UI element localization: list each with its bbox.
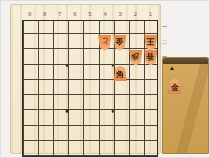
board-square[interactable] xyxy=(37,20,52,35)
piece-glyph: 金 xyxy=(171,83,179,91)
hoshi-dot xyxy=(66,110,69,113)
rank-label: 二 xyxy=(159,35,170,50)
board-square[interactable] xyxy=(128,81,143,96)
board-square[interactable] xyxy=(143,20,158,35)
board-square[interactable] xyxy=(37,50,52,65)
hoshi-dot xyxy=(111,110,114,113)
board-square[interactable] xyxy=(98,20,113,35)
board-square[interactable] xyxy=(82,20,97,35)
board-square[interactable] xyxy=(128,127,143,142)
board-square[interactable] xyxy=(113,127,128,142)
board-square[interactable] xyxy=(113,111,128,126)
file-label: 1 xyxy=(143,8,158,19)
board-square[interactable] xyxy=(52,50,67,65)
board-square[interactable] xyxy=(98,81,113,96)
board-square[interactable] xyxy=(67,20,82,35)
sente-marker: ▲ xyxy=(169,65,175,71)
rank-label: 一 xyxy=(159,20,170,35)
board-square[interactable] xyxy=(67,66,82,81)
board-square[interactable] xyxy=(113,96,128,111)
shogi-piece[interactable]: と xyxy=(98,35,112,51)
board-square[interactable] xyxy=(67,111,82,126)
board-square[interactable] xyxy=(98,50,113,65)
board-square[interactable] xyxy=(143,96,158,111)
board-square[interactable] xyxy=(22,81,37,96)
board-square[interactable] xyxy=(22,20,37,35)
board-square[interactable] xyxy=(82,142,97,157)
hoshi-dot xyxy=(66,64,69,67)
board-square[interactable] xyxy=(37,35,52,50)
file-labels: 987654321 xyxy=(22,8,158,19)
piece-glyph: 歩 xyxy=(131,53,139,61)
board-square[interactable] xyxy=(67,81,82,96)
board-square[interactable] xyxy=(128,35,143,50)
board-square[interactable] xyxy=(52,142,67,157)
piece-glyph: 角 xyxy=(116,70,124,78)
board-square[interactable] xyxy=(22,66,37,81)
board-square[interactable] xyxy=(52,20,67,35)
board-square[interactable] xyxy=(113,142,128,157)
board-square[interactable] xyxy=(22,35,37,50)
board-square[interactable] xyxy=(113,20,128,35)
board-square[interactable] xyxy=(82,111,97,126)
board-square[interactable] xyxy=(37,81,52,96)
board-square[interactable] xyxy=(37,142,52,157)
board-square[interactable] xyxy=(52,35,67,50)
board-square[interactable] xyxy=(22,142,37,157)
board-square[interactable] xyxy=(82,96,97,111)
shogi-piece[interactable]: 歩 xyxy=(129,50,143,66)
board-square[interactable] xyxy=(22,50,37,65)
file-label: 9 xyxy=(22,8,37,19)
board-square[interactable] xyxy=(128,142,143,157)
board-square[interactable] xyxy=(52,111,67,126)
board-square[interactable] xyxy=(143,81,158,96)
board-square[interactable] xyxy=(67,96,82,111)
board-square[interactable] xyxy=(98,111,113,126)
shogi-diagram: 987654321 一二三四五六七八九 と金王歩香角 ▲ 金 xyxy=(0,0,210,158)
board-square[interactable] xyxy=(82,50,97,65)
komadai-top-band xyxy=(163,58,208,64)
file-label: 3 xyxy=(113,8,128,19)
board-square[interactable] xyxy=(52,96,67,111)
shogi-piece[interactable]: 角 xyxy=(113,66,127,82)
board-square[interactable] xyxy=(98,66,113,81)
board-squares xyxy=(22,20,158,157)
piece-glyph: と xyxy=(101,38,109,46)
board-square[interactable] xyxy=(98,96,113,111)
board-square[interactable] xyxy=(37,111,52,126)
board-square[interactable] xyxy=(22,127,37,142)
board-square[interactable] xyxy=(67,50,82,65)
file-label: 8 xyxy=(37,8,52,19)
board-square[interactable] xyxy=(143,127,158,142)
board-square[interactable] xyxy=(37,66,52,81)
board-square[interactable] xyxy=(143,66,158,81)
board-square[interactable] xyxy=(52,127,67,142)
board-square[interactable] xyxy=(82,127,97,142)
board-square[interactable] xyxy=(128,20,143,35)
board-square[interactable] xyxy=(52,66,67,81)
board-square[interactable] xyxy=(113,50,128,65)
hand-piece[interactable]: 金 xyxy=(168,78,182,94)
shogi-piece[interactable]: 香 xyxy=(144,50,158,66)
board-square[interactable] xyxy=(67,35,82,50)
board-square[interactable] xyxy=(128,96,143,111)
board-square[interactable] xyxy=(98,142,113,157)
file-label: 7 xyxy=(52,8,67,19)
board-square[interactable] xyxy=(37,127,52,142)
board-square[interactable] xyxy=(128,66,143,81)
file-label: 2 xyxy=(128,8,143,19)
board-square[interactable] xyxy=(113,81,128,96)
board-square[interactable] xyxy=(143,111,158,126)
board-square[interactable] xyxy=(82,35,97,50)
board-square[interactable] xyxy=(67,127,82,142)
piece-glyph: 香 xyxy=(147,53,155,61)
shogi-piece[interactable]: 王 xyxy=(144,35,158,51)
komadai-sente: ▲ 金 xyxy=(162,57,209,154)
board-square[interactable] xyxy=(82,81,97,96)
board-square[interactable] xyxy=(67,142,82,157)
file-label: 5 xyxy=(82,8,97,19)
board-square[interactable] xyxy=(98,127,113,142)
piece-glyph: 金 xyxy=(116,38,124,46)
board-square[interactable] xyxy=(128,111,143,126)
piece-glyph: 王 xyxy=(147,38,155,46)
board-square[interactable] xyxy=(22,111,37,126)
sente-hand: 金 xyxy=(166,77,205,150)
board-square[interactable] xyxy=(52,81,67,96)
shogi-piece[interactable]: 金 xyxy=(113,35,127,51)
board-square[interactable] xyxy=(82,66,97,81)
board-square[interactable] xyxy=(143,142,158,157)
board-square[interactable] xyxy=(22,96,37,111)
file-label: 4 xyxy=(98,8,113,19)
file-label: 6 xyxy=(67,8,82,19)
board-square[interactable] xyxy=(37,96,52,111)
shogi-board: 987654321 一二三四五六七八九 と金王歩香角 xyxy=(10,4,161,154)
